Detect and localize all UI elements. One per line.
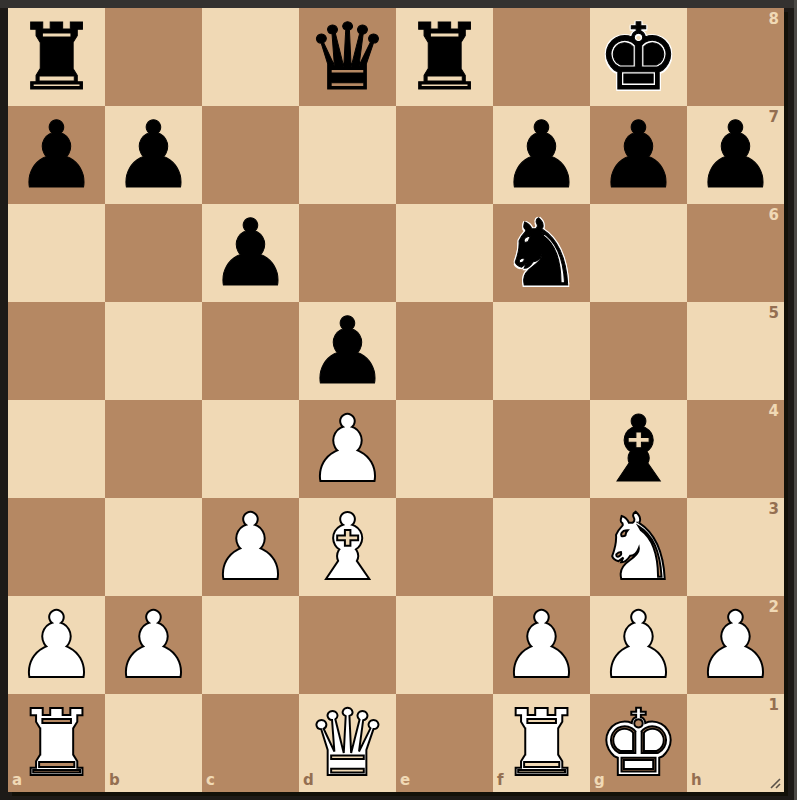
file-label-e: e: [400, 773, 410, 788]
square-e2[interactable]: [396, 596, 493, 694]
square-f6[interactable]: ♞: [493, 204, 590, 302]
square-f8[interactable]: [493, 8, 590, 106]
piece-black-knight[interactable]: ♞: [500, 208, 582, 300]
file-label-c: c: [206, 773, 215, 788]
piece-black-king[interactable]: ♚: [597, 12, 679, 104]
file-label-b: b: [109, 773, 120, 788]
piece-black-rook[interactable]: ♜: [15, 12, 97, 104]
square-f7[interactable]: ♟: [493, 106, 590, 204]
square-g2[interactable]: ♟: [590, 596, 687, 694]
piece-white-bishop[interactable]: ♝: [306, 502, 388, 594]
square-a8[interactable]: ♜: [8, 8, 105, 106]
square-d4[interactable]: ♟: [299, 400, 396, 498]
square-b7[interactable]: ♟: [105, 106, 202, 204]
piece-white-pawn[interactable]: ♟: [694, 600, 776, 692]
square-f1[interactable]: f♜: [493, 694, 590, 792]
square-a2[interactable]: ♟: [8, 596, 105, 694]
square-c3[interactable]: ♟: [202, 498, 299, 596]
square-c6[interactable]: ♟: [202, 204, 299, 302]
square-b3[interactable]: [105, 498, 202, 596]
square-g6[interactable]: [590, 204, 687, 302]
piece-black-pawn[interactable]: ♟: [209, 208, 291, 300]
square-a3[interactable]: [8, 498, 105, 596]
rank-label-4: 4: [769, 404, 779, 419]
square-g1[interactable]: g♚: [590, 694, 687, 792]
piece-white-king[interactable]: ♚: [597, 698, 679, 790]
piece-black-pawn[interactable]: ♟: [112, 110, 194, 202]
square-d1[interactable]: d♛: [299, 694, 396, 792]
square-h1[interactable]: h1: [687, 694, 784, 792]
square-b6[interactable]: [105, 204, 202, 302]
rank-label-8: 8: [769, 12, 779, 27]
square-f2[interactable]: ♟: [493, 596, 590, 694]
square-d3[interactable]: ♝: [299, 498, 396, 596]
square-d7[interactable]: [299, 106, 396, 204]
square-a6[interactable]: [8, 204, 105, 302]
piece-white-pawn[interactable]: ♟: [597, 600, 679, 692]
square-h4[interactable]: 4: [687, 400, 784, 498]
square-e7[interactable]: [396, 106, 493, 204]
square-e8[interactable]: ♜: [396, 8, 493, 106]
square-e5[interactable]: [396, 302, 493, 400]
square-f4[interactable]: [493, 400, 590, 498]
square-d8[interactable]: ♛: [299, 8, 396, 106]
square-c8[interactable]: [202, 8, 299, 106]
square-h6[interactable]: 6: [687, 204, 784, 302]
piece-white-pawn[interactable]: ♟: [500, 600, 582, 692]
square-b4[interactable]: [105, 400, 202, 498]
piece-white-queen[interactable]: ♛: [306, 698, 388, 790]
rank-label-1: 1: [769, 698, 779, 713]
square-c1[interactable]: c: [202, 694, 299, 792]
square-e6[interactable]: [396, 204, 493, 302]
square-f5[interactable]: [493, 302, 590, 400]
piece-white-knight[interactable]: ♞: [597, 502, 679, 594]
square-a5[interactable]: [8, 302, 105, 400]
rank-label-3: 3: [769, 502, 779, 517]
square-g5[interactable]: [590, 302, 687, 400]
piece-white-pawn[interactable]: ♟: [306, 404, 388, 496]
square-g7[interactable]: ♟: [590, 106, 687, 204]
piece-black-pawn[interactable]: ♟: [694, 110, 776, 202]
window-top-bar: [0, 0, 797, 8]
square-e1[interactable]: e: [396, 694, 493, 792]
square-h5[interactable]: 5: [687, 302, 784, 400]
square-e4[interactable]: [396, 400, 493, 498]
piece-black-pawn[interactable]: ♟: [597, 110, 679, 202]
square-a7[interactable]: ♟: [8, 106, 105, 204]
app-window: ♜♛♜♚8♟♟♟♟7♟♟♞6♟5♟♝4♟♝♞3♟♟♟♟2♟a♜bcd♛ef♜g♚…: [0, 0, 797, 800]
square-b8[interactable]: [105, 8, 202, 106]
square-a4[interactable]: [8, 400, 105, 498]
square-c5[interactable]: [202, 302, 299, 400]
square-b5[interactable]: [105, 302, 202, 400]
piece-black-queen[interactable]: ♛: [306, 12, 388, 104]
square-a1[interactable]: a♜: [8, 694, 105, 792]
square-c4[interactable]: [202, 400, 299, 498]
square-e3[interactable]: [396, 498, 493, 596]
square-d2[interactable]: [299, 596, 396, 694]
chess-board: ♜♛♜♚8♟♟♟♟7♟♟♞6♟5♟♝4♟♝♞3♟♟♟♟2♟a♜bcd♛ef♜g♚…: [8, 8, 784, 792]
piece-black-pawn[interactable]: ♟: [500, 110, 582, 202]
square-h3[interactable]: 3: [687, 498, 784, 596]
file-label-h: h: [691, 773, 702, 788]
square-h7[interactable]: 7♟: [687, 106, 784, 204]
piece-white-rook[interactable]: ♜: [15, 698, 97, 790]
square-d6[interactable]: [299, 204, 396, 302]
piece-white-pawn[interactable]: ♟: [112, 600, 194, 692]
rank-label-5: 5: [769, 306, 779, 321]
piece-black-pawn[interactable]: ♟: [306, 306, 388, 398]
piece-white-rook[interactable]: ♜: [500, 698, 582, 790]
square-c2[interactable]: [202, 596, 299, 694]
square-d5[interactable]: ♟: [299, 302, 396, 400]
piece-white-pawn[interactable]: ♟: [15, 600, 97, 692]
resize-grip-icon[interactable]: [767, 775, 782, 790]
piece-black-rook[interactable]: ♜: [403, 12, 485, 104]
square-b1[interactable]: b: [105, 694, 202, 792]
square-f3[interactable]: [493, 498, 590, 596]
rank-label-6: 6: [769, 208, 779, 223]
piece-black-bishop[interactable]: ♝: [597, 404, 679, 496]
square-h2[interactable]: 2♟: [687, 596, 784, 694]
square-g4[interactable]: ♝: [590, 400, 687, 498]
square-b2[interactable]: ♟: [105, 596, 202, 694]
piece-black-pawn[interactable]: ♟: [15, 110, 97, 202]
square-h8[interactable]: 8: [687, 8, 784, 106]
square-g3[interactable]: ♞: [590, 498, 687, 596]
square-c7[interactable]: [202, 106, 299, 204]
square-g8[interactable]: ♚: [590, 8, 687, 106]
piece-white-pawn[interactable]: ♟: [209, 502, 291, 594]
